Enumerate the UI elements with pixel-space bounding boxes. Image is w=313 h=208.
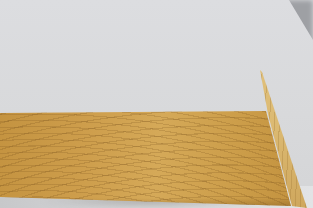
stone-white-Q2[interactable]: ○ (144, 63, 185, 84)
stone-black-Q4[interactable]: ● (132, 17, 175, 42)
hoshi-point (153, 38, 159, 42)
stone-black-Q3[interactable]: ● (138, 41, 180, 64)
wall-corner-shadow (0, 0, 313, 60)
stone-white-R3[interactable]: ○ (171, 44, 208, 66)
go-board-photo-scene: ●●○○ (0, 0, 313, 208)
board-front-side (0, 0, 313, 208)
